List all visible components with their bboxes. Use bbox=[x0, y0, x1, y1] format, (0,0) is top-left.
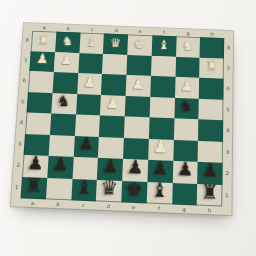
piece-black-pawn-a2: ♟ bbox=[26, 154, 44, 173]
square-h8 bbox=[200, 37, 224, 58]
top-file-label-b: b bbox=[56, 24, 80, 32]
top-file-label-c: c bbox=[80, 25, 104, 33]
square-a7: ♟ bbox=[29, 51, 55, 72]
left-rank-label-2: 2 bbox=[13, 155, 24, 177]
top-file-label-g: g bbox=[176, 29, 200, 37]
piece-white-rook-h7: ♜ bbox=[206, 59, 218, 73]
square-g2: ♟ bbox=[172, 161, 198, 184]
bottom-file-label-g: g bbox=[172, 204, 197, 213]
piece-white-bishop-c8: ♝ bbox=[86, 35, 98, 48]
left-rank-label-7: 7 bbox=[21, 50, 31, 71]
square-a6 bbox=[28, 71, 54, 93]
square-b5: ♞ bbox=[51, 93, 77, 115]
square-e5 bbox=[125, 95, 150, 117]
square-g8: ♞ bbox=[176, 36, 201, 57]
piece-white-bishop-f8: ♝ bbox=[158, 38, 170, 51]
square-b8: ♞ bbox=[55, 32, 80, 53]
right-rank-label-1: 1 bbox=[222, 185, 231, 207]
square-d4 bbox=[99, 115, 125, 137]
square-d8: ♛ bbox=[103, 33, 128, 54]
piece-white-king-e8: ♚ bbox=[134, 37, 146, 50]
piece-black-pawn-b2: ♟ bbox=[51, 155, 69, 174]
square-a5 bbox=[26, 92, 52, 114]
top-file-label-e: e bbox=[128, 27, 152, 35]
square-c8: ♝ bbox=[79, 33, 104, 54]
piece-black-pawn-c3: ♟ bbox=[78, 135, 95, 153]
square-d1: ♛ bbox=[96, 179, 122, 202]
square-g5: ♞ bbox=[174, 97, 199, 119]
square-h4 bbox=[198, 119, 223, 141]
square-f1: ♝ bbox=[146, 182, 172, 205]
square-a4 bbox=[25, 112, 51, 134]
top-file-label-h: h bbox=[200, 30, 224, 38]
piece-white-pawn-g6: ♟ bbox=[180, 78, 193, 93]
piece-black-pawn-e2: ♟ bbox=[126, 158, 143, 177]
chess-board: aabbccddeeffgghh8877665544332211♜♞♝♛♚♝♞♟… bbox=[11, 23, 233, 215]
left-rank-label-8: 8 bbox=[22, 30, 32, 50]
square-b7: ♟ bbox=[54, 52, 79, 73]
square-d7 bbox=[102, 54, 127, 75]
piece-black-king-e1: ♚ bbox=[125, 179, 143, 199]
board-tilt-wrapper: aabbccddeeffgghh8877665544332211♜♞♝♛♚♝♞♟… bbox=[11, 23, 233, 215]
piece-black-queen-d1: ♛ bbox=[100, 178, 118, 198]
square-b1 bbox=[46, 177, 72, 200]
piece-white-pawn-b7: ♟ bbox=[60, 54, 73, 68]
piece-black-bishop-c1: ♝ bbox=[75, 177, 94, 197]
piece-black-rook-h1: ♜ bbox=[201, 182, 219, 202]
square-h7: ♜ bbox=[199, 57, 224, 78]
piece-white-queen-d8: ♛ bbox=[110, 36, 122, 49]
square-c5 bbox=[76, 94, 102, 116]
left-rank-label-4: 4 bbox=[16, 112, 26, 133]
square-f5 bbox=[149, 96, 174, 118]
square-a1: ♜ bbox=[20, 176, 47, 199]
square-f8: ♝ bbox=[151, 35, 176, 56]
square-e7 bbox=[126, 55, 151, 76]
piece-white-pawn-d5: ♟ bbox=[106, 96, 121, 112]
square-b4 bbox=[50, 113, 76, 135]
piece-black-pawn-d2: ♟ bbox=[101, 157, 118, 176]
right-rank-label-8: 8 bbox=[224, 38, 233, 58]
square-f6 bbox=[150, 76, 175, 98]
square-h5 bbox=[199, 98, 224, 120]
top-file-label-a: a bbox=[32, 23, 56, 31]
square-b2: ♟ bbox=[47, 156, 73, 179]
piece-black-pawn-h2: ♟ bbox=[202, 161, 219, 180]
square-b6 bbox=[52, 72, 78, 94]
right-rank-label-2: 2 bbox=[223, 163, 232, 185]
piece-white-pawn-a7: ♟ bbox=[36, 53, 49, 67]
left-rank-label-5: 5 bbox=[18, 91, 28, 112]
bottom-file-label-h: h bbox=[197, 205, 222, 214]
square-g4 bbox=[173, 118, 198, 140]
piece-white-pawn-f3: ♟ bbox=[153, 138, 169, 156]
square-c1: ♝ bbox=[71, 178, 97, 201]
square-c6: ♟ bbox=[77, 73, 102, 95]
square-e6: ♟ bbox=[126, 75, 151, 97]
left-rank-label-3: 3 bbox=[14, 133, 25, 155]
square-h6 bbox=[199, 78, 224, 100]
square-e1: ♚ bbox=[121, 181, 147, 204]
top-file-label-d: d bbox=[104, 26, 128, 34]
piece-black-knight-b5: ♞ bbox=[57, 94, 72, 110]
piece-black-knight-g5: ♞ bbox=[179, 98, 193, 114]
piece-white-pawn-e6: ♟ bbox=[131, 76, 145, 91]
right-rank-label-6: 6 bbox=[223, 79, 232, 100]
left-rank-label-6: 6 bbox=[19, 71, 29, 92]
bottom-file-label-a: a bbox=[20, 198, 46, 207]
piece-white-knight-g8: ♞ bbox=[182, 39, 194, 52]
bottom-file-label-f: f bbox=[146, 203, 172, 212]
bottom-file-label-e: e bbox=[121, 202, 147, 211]
square-g7 bbox=[175, 56, 200, 77]
right-rank-label-5: 5 bbox=[223, 99, 232, 120]
square-h1: ♜ bbox=[197, 184, 223, 207]
top-file-label-f: f bbox=[152, 28, 176, 36]
bottom-file-label-b: b bbox=[45, 199, 71, 208]
square-g1 bbox=[172, 183, 198, 206]
piece-black-pawn-g2: ♟ bbox=[177, 160, 194, 179]
piece-white-rook-a8: ♜ bbox=[38, 33, 50, 46]
right-rank-label-4: 4 bbox=[223, 120, 232, 142]
piece-white-pawn-c6: ♟ bbox=[83, 75, 97, 90]
square-d6 bbox=[101, 74, 126, 96]
square-f7 bbox=[151, 55, 176, 76]
bottom-file-label-d: d bbox=[96, 201, 122, 210]
left-rank-label-1: 1 bbox=[11, 176, 22, 198]
square-e4 bbox=[124, 116, 149, 138]
piece-white-knight-b8: ♞ bbox=[62, 34, 74, 47]
right-rank-label-3: 3 bbox=[223, 141, 232, 163]
square-d5: ♟ bbox=[100, 95, 125, 117]
square-c3: ♟ bbox=[73, 136, 99, 158]
piece-black-rook-a1: ♜ bbox=[25, 175, 44, 195]
right-rank-label-7: 7 bbox=[224, 58, 233, 79]
square-e8: ♚ bbox=[127, 34, 152, 55]
piece-black-pawn-f2: ♟ bbox=[152, 159, 169, 178]
bottom-file-label-c: c bbox=[70, 200, 96, 209]
piece-black-bishop-f1: ♝ bbox=[150, 180, 168, 200]
square-c7 bbox=[78, 53, 103, 74]
photo-background: aabbccddeeffgghh8877665544332211♜♞♝♛♚♝♞♟… bbox=[0, 0, 256, 256]
square-a8: ♜ bbox=[31, 31, 56, 52]
square-g6: ♟ bbox=[175, 77, 200, 99]
